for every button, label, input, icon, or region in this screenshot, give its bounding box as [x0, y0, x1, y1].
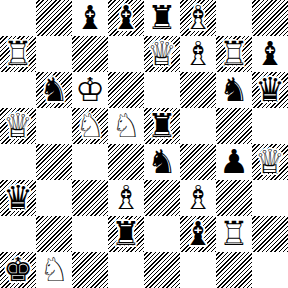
white-king-icon: ♚♔: [72, 72, 108, 108]
piece-glyph-layer: ♞: [219, 72, 249, 108]
piece-glyph-layer: ♝: [111, 0, 141, 36]
square-g2[interactable]: ♜♖: [216, 216, 252, 252]
black-bishop-icon: ♝♝: [72, 0, 108, 36]
square-g5[interactable]: [216, 108, 252, 144]
black-king-icon: ♚♚: [0, 252, 36, 288]
white-bishop-icon: ♝♗: [180, 180, 216, 216]
piece-glyph-layer: ♕: [3, 108, 33, 144]
square-b3[interactable]: [36, 180, 72, 216]
square-d2[interactable]: ♜♜: [108, 216, 144, 252]
piece-glyph-layer: ♚: [3, 252, 33, 288]
square-g7[interactable]: ♜♖: [216, 36, 252, 72]
white-rook-icon: ♜♖: [216, 216, 252, 252]
square-h3[interactable]: [252, 180, 288, 216]
square-f4[interactable]: [180, 144, 216, 180]
piece-glyph-layer: ♕: [255, 144, 285, 180]
square-e5[interactable]: ♜♜: [144, 108, 180, 144]
piece-glyph-layer: ♖: [219, 216, 249, 252]
square-h5[interactable]: [252, 108, 288, 144]
piece-glyph-layer: ♜: [111, 216, 141, 252]
white-queen-icon: ♛♕: [252, 144, 288, 180]
square-a4[interactable]: [0, 144, 36, 180]
white-rook-icon: ♜♖: [216, 36, 252, 72]
square-c3[interactable]: [72, 180, 108, 216]
square-b8[interactable]: [36, 0, 72, 36]
white-rook-icon: ♜♖: [0, 36, 36, 72]
square-e4[interactable]: ♞♞: [144, 144, 180, 180]
square-h2[interactable]: [252, 216, 288, 252]
square-d8[interactable]: ♝♝: [108, 0, 144, 36]
square-d5[interactable]: ♞♘: [108, 108, 144, 144]
black-bishop-icon: ♝♝: [180, 216, 216, 252]
piece-glyph-layer: ♗: [183, 36, 213, 72]
square-d3[interactable]: ♝♗: [108, 180, 144, 216]
black-rook-icon: ♜♜: [144, 108, 180, 144]
square-g6[interactable]: ♞♞: [216, 72, 252, 108]
square-b4[interactable]: [36, 144, 72, 180]
square-f5[interactable]: [180, 108, 216, 144]
piece-glyph-layer: ♖: [3, 36, 33, 72]
square-a2[interactable]: [0, 216, 36, 252]
square-h7[interactable]: ♝♝: [252, 36, 288, 72]
square-c8[interactable]: ♝♝: [72, 0, 108, 36]
square-f8[interactable]: ♝♗: [180, 0, 216, 36]
square-b7[interactable]: [36, 36, 72, 72]
square-h6[interactable]: ♛♛: [252, 72, 288, 108]
black-rook-icon: ♜♜: [108, 216, 144, 252]
piece-glyph-layer: ♝: [183, 216, 213, 252]
square-h1[interactable]: [252, 252, 288, 288]
square-b1[interactable]: ♞♘: [36, 252, 72, 288]
square-g4[interactable]: ♟♟: [216, 144, 252, 180]
square-d1[interactable]: [108, 252, 144, 288]
square-e3[interactable]: [144, 180, 180, 216]
piece-glyph-layer: ♛: [3, 180, 33, 216]
square-c5[interactable]: ♞♘: [72, 108, 108, 144]
square-a8[interactable]: [0, 0, 36, 36]
black-queen-icon: ♛♛: [252, 72, 288, 108]
piece-glyph-layer: ♖: [219, 36, 249, 72]
square-e8[interactable]: ♜♜: [144, 0, 180, 36]
piece-glyph-layer: ♘: [75, 108, 105, 144]
piece-glyph-layer: ♜: [147, 108, 177, 144]
white-bishop-icon: ♝♗: [180, 0, 216, 36]
black-pawn-icon: ♟♟: [216, 144, 252, 180]
square-f6[interactable]: [180, 72, 216, 108]
square-a7[interactable]: ♜♖: [0, 36, 36, 72]
white-knight-icon: ♞♘: [108, 108, 144, 144]
square-a3[interactable]: ♛♛: [0, 180, 36, 216]
black-knight-icon: ♞♞: [216, 72, 252, 108]
black-bishop-icon: ♝♝: [252, 36, 288, 72]
square-c6[interactable]: ♚♔: [72, 72, 108, 108]
square-g3[interactable]: [216, 180, 252, 216]
chess-board: ♝♝♝♝♜♜♝♗♜♖♛♕♝♗♜♖♝♝♞♞♚♔♞♞♛♛♛♕♞♘♞♘♜♜♞♞♟♟♛♕…: [0, 0, 288, 288]
square-a5[interactable]: ♛♕: [0, 108, 36, 144]
square-f7[interactable]: ♝♗: [180, 36, 216, 72]
white-bishop-icon: ♝♗: [180, 36, 216, 72]
square-f3[interactable]: ♝♗: [180, 180, 216, 216]
square-e6[interactable]: [144, 72, 180, 108]
white-queen-icon: ♛♕: [0, 108, 36, 144]
piece-glyph-layer: ♘: [39, 252, 69, 288]
piece-glyph-layer: ♝: [75, 0, 105, 36]
square-d6[interactable]: [108, 72, 144, 108]
square-c2[interactable]: [72, 216, 108, 252]
piece-glyph-layer: ♜: [147, 0, 177, 36]
square-e1[interactable]: [144, 252, 180, 288]
square-f1[interactable]: [180, 252, 216, 288]
square-c1[interactable]: [72, 252, 108, 288]
black-rook-icon: ♜♜: [144, 0, 180, 36]
black-knight-icon: ♞♞: [144, 144, 180, 180]
piece-glyph-layer: ♗: [183, 180, 213, 216]
black-knight-icon: ♞♞: [36, 72, 72, 108]
piece-glyph-layer: ♝: [255, 36, 285, 72]
square-b6[interactable]: ♞♞: [36, 72, 72, 108]
white-knight-icon: ♞♘: [72, 108, 108, 144]
black-bishop-icon: ♝♝: [108, 0, 144, 36]
piece-glyph-layer: ♗: [111, 180, 141, 216]
piece-glyph-layer: ♕: [147, 36, 177, 72]
square-c4[interactable]: [72, 144, 108, 180]
square-g8[interactable]: [216, 0, 252, 36]
piece-glyph-layer: ♗: [183, 0, 213, 36]
white-bishop-icon: ♝♗: [108, 180, 144, 216]
square-f2[interactable]: ♝♝: [180, 216, 216, 252]
square-g1[interactable]: [216, 252, 252, 288]
square-e2[interactable]: [144, 216, 180, 252]
square-b5[interactable]: [36, 108, 72, 144]
square-a1[interactable]: ♚♚: [0, 252, 36, 288]
piece-glyph-layer: ♛: [255, 72, 285, 108]
piece-glyph-layer: ♔: [75, 72, 105, 108]
white-knight-icon: ♞♘: [36, 252, 72, 288]
white-queen-icon: ♛♕: [144, 36, 180, 72]
square-b2[interactable]: [36, 216, 72, 252]
square-c7[interactable]: [72, 36, 108, 72]
piece-glyph-layer: ♞: [147, 144, 177, 180]
square-e7[interactable]: ♛♕: [144, 36, 180, 72]
square-h8[interactable]: [252, 0, 288, 36]
piece-glyph-layer: ♞: [39, 72, 69, 108]
square-d4[interactable]: [108, 144, 144, 180]
black-queen-icon: ♛♛: [0, 180, 36, 216]
square-h4[interactable]: ♛♕: [252, 144, 288, 180]
square-d7[interactable]: [108, 36, 144, 72]
piece-glyph-layer: ♘: [111, 108, 141, 144]
piece-glyph-layer: ♟: [219, 144, 249, 180]
square-a6[interactable]: [0, 72, 36, 108]
